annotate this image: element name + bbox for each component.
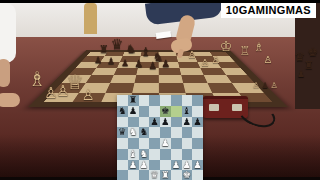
photo-piece: ♗ bbox=[254, 41, 265, 53]
square-d5 bbox=[149, 127, 160, 138]
photo-piece: ♙ bbox=[212, 55, 221, 65]
square-c6 bbox=[139, 117, 150, 128]
black-r-piece: ♜ bbox=[128, 95, 139, 106]
square-f4 bbox=[171, 138, 182, 149]
photo-piece: ♛ bbox=[111, 37, 124, 51]
video-frame: ♜♛♟♟♞♟♝♟♞♟♟♙♙♙♔♖♗♙♗♙♙♕♙♛♜♟♚♙♟♙ 10GAMINGM… bbox=[0, 0, 320, 180]
photo-piece: ♙ bbox=[201, 58, 210, 68]
square-d7 bbox=[149, 106, 160, 117]
left-player-arm bbox=[0, 59, 10, 87]
square-a1 bbox=[117, 170, 128, 180]
square-b6 bbox=[128, 117, 139, 128]
square-h2: ♟ bbox=[192, 160, 203, 171]
diagram-board: ♜♞♟♚♝♟♟♟♟♛♞♞♟♝♞♟♟♟♟♟♛♜♚ bbox=[117, 95, 203, 180]
square-g5 bbox=[182, 127, 193, 138]
square-f3 bbox=[171, 149, 182, 160]
square-g3 bbox=[182, 149, 193, 160]
photo-piece: ♞ bbox=[126, 43, 137, 55]
square-c8 bbox=[139, 95, 150, 106]
white-n-piece: ♞ bbox=[139, 149, 150, 160]
square-d6: ♟ bbox=[149, 117, 160, 128]
black-k-piece: ♚ bbox=[160, 106, 171, 117]
square-h1 bbox=[192, 170, 203, 180]
photo-piece: ♟ bbox=[149, 61, 158, 71]
square-c7 bbox=[139, 106, 150, 117]
square-g7: ♝ bbox=[182, 106, 193, 117]
photo-piece: ♙ bbox=[252, 82, 259, 90]
photo-piece: ♟ bbox=[162, 59, 171, 69]
black-p-piece: ♟ bbox=[128, 106, 139, 117]
square-e2 bbox=[160, 160, 171, 171]
square-e1: ♜ bbox=[160, 170, 171, 180]
photo-piece: ♝ bbox=[141, 46, 152, 58]
square-f7 bbox=[171, 106, 182, 117]
photo-piece: ♙ bbox=[264, 55, 273, 65]
white-k-piece: ♚ bbox=[182, 170, 193, 180]
square-d2 bbox=[149, 160, 160, 171]
chair-back bbox=[84, 3, 97, 34]
square-b8: ♜ bbox=[128, 95, 139, 106]
black-n-piece: ♞ bbox=[139, 127, 150, 138]
square-e5 bbox=[160, 127, 171, 138]
square-a6 bbox=[117, 117, 128, 128]
black-p-piece: ♟ bbox=[192, 117, 203, 128]
square-d4 bbox=[149, 138, 160, 149]
square-a7: ♞ bbox=[117, 106, 128, 117]
black-n-piece: ♞ bbox=[117, 106, 128, 117]
square-b1 bbox=[128, 170, 139, 180]
photo-piece: ♟ bbox=[94, 56, 102, 65]
white-n-piece: ♞ bbox=[128, 127, 139, 138]
square-d1: ♛ bbox=[149, 170, 160, 180]
white-p-piece: ♟ bbox=[139, 160, 150, 171]
square-h5 bbox=[192, 127, 203, 138]
square-c4 bbox=[139, 138, 150, 149]
photo-piece: ♟ bbox=[261, 82, 268, 90]
square-f1 bbox=[171, 170, 182, 180]
photo-piece: ♟ bbox=[107, 57, 115, 66]
photo-piece: ♜ bbox=[304, 60, 314, 71]
square-a8 bbox=[117, 95, 128, 106]
white-p-piece: ♟ bbox=[171, 160, 182, 171]
square-d3 bbox=[149, 149, 160, 160]
square-f5 bbox=[171, 127, 182, 138]
square-e4: ♟ bbox=[160, 138, 171, 149]
square-h6: ♟ bbox=[192, 117, 203, 128]
channel-watermark: 10GAMINGMAS bbox=[221, 3, 316, 18]
left-player-hand bbox=[0, 93, 20, 107]
white-p-piece: ♟ bbox=[192, 160, 203, 171]
black-b-piece: ♝ bbox=[182, 106, 193, 117]
black-q-piece: ♛ bbox=[117, 127, 128, 138]
square-h4 bbox=[192, 138, 203, 149]
square-b5: ♞ bbox=[128, 127, 139, 138]
square-e8 bbox=[160, 95, 171, 106]
photo-piece: ♙ bbox=[270, 82, 277, 90]
square-b3: ♝ bbox=[128, 149, 139, 160]
white-p-piece: ♟ bbox=[128, 160, 139, 171]
photo-piece: ♚ bbox=[308, 46, 319, 58]
square-e3 bbox=[160, 149, 171, 160]
photo-piece: ♗ bbox=[28, 69, 46, 89]
square-h7 bbox=[192, 106, 203, 117]
square-d8 bbox=[149, 95, 160, 106]
square-g8 bbox=[182, 95, 193, 106]
left-player-shirt bbox=[0, 3, 16, 63]
photo-piece: ♔ bbox=[220, 39, 233, 53]
photo-piece: ♖ bbox=[240, 45, 251, 57]
square-c3: ♞ bbox=[139, 149, 150, 160]
square-g2: ♟ bbox=[182, 160, 193, 171]
square-b2: ♟ bbox=[128, 160, 139, 171]
square-e7: ♚ bbox=[160, 106, 171, 117]
square-a3 bbox=[117, 149, 128, 160]
white-q-piece: ♛ bbox=[149, 170, 160, 180]
black-p-piece: ♟ bbox=[149, 117, 160, 128]
white-b-piece: ♝ bbox=[128, 149, 139, 160]
square-g6: ♟ bbox=[182, 117, 193, 128]
square-f2: ♟ bbox=[171, 160, 182, 171]
square-c2: ♟ bbox=[139, 160, 150, 171]
square-a4 bbox=[117, 138, 128, 149]
square-h8 bbox=[192, 95, 203, 106]
photo-piece: ♙ bbox=[188, 50, 197, 60]
square-g4 bbox=[182, 138, 193, 149]
black-p-piece: ♟ bbox=[182, 117, 193, 128]
white-r-piece: ♜ bbox=[160, 170, 171, 180]
photo-piece: ♟ bbox=[121, 59, 129, 68]
square-c5: ♞ bbox=[139, 127, 150, 138]
white-p-piece: ♟ bbox=[160, 138, 171, 149]
white-p-piece: ♟ bbox=[182, 160, 193, 171]
square-a2 bbox=[117, 160, 128, 171]
photo-piece: ♟ bbox=[297, 70, 305, 79]
square-b7: ♟ bbox=[128, 106, 139, 117]
black-p-piece: ♟ bbox=[160, 117, 171, 128]
square-e6: ♟ bbox=[160, 117, 171, 128]
square-c1 bbox=[139, 170, 150, 180]
square-f8 bbox=[171, 95, 182, 106]
photo-piece: ♟ bbox=[135, 59, 144, 69]
square-f6 bbox=[171, 117, 182, 128]
photo-piece: ♙ bbox=[82, 88, 95, 102]
square-g1: ♚ bbox=[182, 170, 193, 180]
square-h3 bbox=[192, 149, 203, 160]
square-b4 bbox=[128, 138, 139, 149]
square-a5: ♛ bbox=[117, 127, 128, 138]
